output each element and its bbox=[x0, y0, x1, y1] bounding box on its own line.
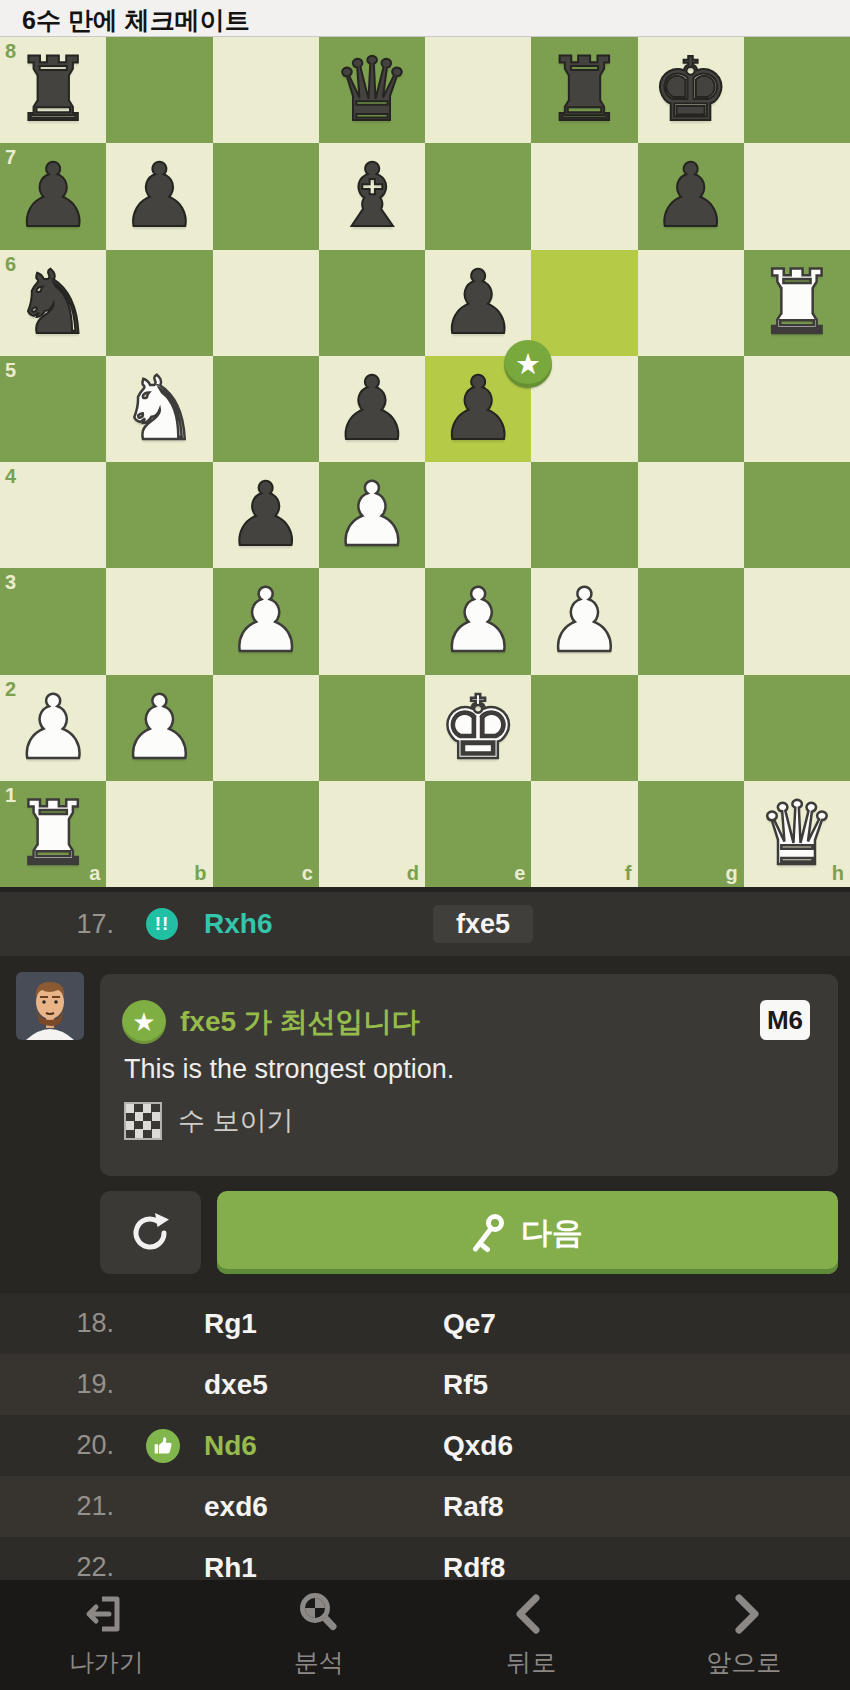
file-label-g: g bbox=[726, 862, 738, 885]
square-h5[interactable] bbox=[744, 356, 850, 462]
retry-button[interactable] bbox=[100, 1191, 201, 1274]
best-move-star-icon: ★ bbox=[122, 1000, 166, 1044]
white-pawn: ♟ bbox=[531, 568, 637, 674]
current-move-row: 17. !! Rxh6 fxe5 bbox=[0, 887, 850, 956]
square-h3[interactable] bbox=[744, 568, 850, 674]
square-d3[interactable] bbox=[319, 568, 425, 674]
back-icon bbox=[507, 1590, 555, 1638]
square-a8[interactable]: ♜8 bbox=[0, 37, 106, 143]
mini-board-icon bbox=[124, 1102, 162, 1140]
nav-forward-label: 앞으로 bbox=[706, 1646, 781, 1679]
black-bishop: ♝ bbox=[319, 143, 425, 249]
square-g2[interactable] bbox=[638, 675, 744, 781]
square-f8[interactable]: ♜ bbox=[531, 37, 637, 143]
square-b7[interactable]: ♟ bbox=[106, 143, 212, 249]
square-h1[interactable]: ♛h bbox=[744, 781, 850, 887]
file-label-h: h bbox=[832, 862, 844, 885]
square-b5[interactable]: ♞ bbox=[106, 356, 212, 462]
square-h8[interactable] bbox=[744, 37, 850, 143]
coach-headline: fxe5 가 최선입니다 bbox=[180, 1003, 420, 1041]
forward-icon bbox=[720, 1590, 768, 1638]
square-g6[interactable] bbox=[638, 250, 744, 356]
nav-back-label: 뒤로 bbox=[506, 1646, 556, 1679]
white-king: ♚ bbox=[425, 675, 531, 781]
move-number: 19. bbox=[0, 1354, 114, 1415]
nav-exit-button[interactable]: 나가기 bbox=[0, 1580, 213, 1690]
rank-label-2: 2 bbox=[5, 678, 16, 701]
move-number: 21. bbox=[0, 1476, 114, 1537]
best-move-star-icon: ★ bbox=[504, 340, 552, 388]
nav-analysis-label: 분석 bbox=[294, 1646, 344, 1679]
square-d4[interactable]: ♟ bbox=[319, 462, 425, 568]
square-e8[interactable] bbox=[425, 37, 531, 143]
white-pawn: ♟ bbox=[425, 568, 531, 674]
square-f2[interactable] bbox=[531, 675, 637, 781]
move-row-21: 21. exd6 Raf8 bbox=[0, 1476, 850, 1537]
move-row-18: 18. Rg1 Qe7 bbox=[0, 1293, 850, 1354]
refresh-icon bbox=[128, 1210, 174, 1256]
square-c5[interactable] bbox=[213, 356, 319, 462]
square-a1[interactable]: ♜1a bbox=[0, 781, 106, 887]
thumbs-up-icon bbox=[146, 1429, 180, 1463]
black-move-fxe5-selected[interactable]: fxe5 bbox=[433, 905, 533, 943]
black-move[interactable]: Qe7 bbox=[443, 1293, 496, 1354]
nav-analysis-button[interactable]: 분석 bbox=[213, 1580, 426, 1690]
file-label-e: e bbox=[514, 862, 525, 885]
file-label-b: b bbox=[194, 862, 206, 885]
square-a3[interactable]: 3 bbox=[0, 568, 106, 674]
move-number: 20. bbox=[0, 1415, 114, 1476]
square-f1[interactable]: f bbox=[531, 781, 637, 887]
next-button[interactable]: 다음 bbox=[217, 1191, 838, 1274]
square-h7[interactable] bbox=[744, 143, 850, 249]
square-e1[interactable]: e bbox=[425, 781, 531, 887]
square-g4[interactable] bbox=[638, 462, 744, 568]
black-king: ♚ bbox=[638, 37, 744, 143]
square-h6[interactable]: ♜ bbox=[744, 250, 850, 356]
square-a4[interactable]: 4 bbox=[0, 462, 106, 568]
rank-label-7: 7 bbox=[5, 146, 16, 169]
next-button-label: 다음 bbox=[521, 1212, 583, 1254]
nav-forward-button[interactable]: 앞으로 bbox=[638, 1580, 850, 1690]
square-h4[interactable] bbox=[744, 462, 850, 568]
square-g1[interactable]: g bbox=[638, 781, 744, 887]
show-moves-button[interactable]: 수 보이기 bbox=[124, 1102, 294, 1140]
rank-label-6: 6 bbox=[5, 253, 16, 276]
white-move[interactable]: exd6 bbox=[204, 1476, 268, 1537]
square-b6[interactable] bbox=[106, 250, 212, 356]
square-d1[interactable]: d bbox=[319, 781, 425, 887]
white-pawn: ♟ bbox=[319, 462, 425, 568]
square-d6[interactable] bbox=[319, 250, 425, 356]
square-g3[interactable] bbox=[638, 568, 744, 674]
move-list: 18. Rg1 Qe7 19. dxe5 Rf5 20. Nd6 Qxd6 21… bbox=[0, 1293, 850, 1598]
move-number: 17. bbox=[0, 892, 114, 956]
square-f4[interactable] bbox=[531, 462, 637, 568]
square-d8[interactable]: ♛ bbox=[319, 37, 425, 143]
move-row-20: 20. Nd6 Qxd6 bbox=[0, 1415, 850, 1476]
chess-board[interactable]: ♜8♛♜♚♟7♟♝♟♞6♟♜5♞♟♟4♟♟3♟♟♟♟2♟♚♜1abcdefg♛h bbox=[0, 37, 850, 887]
coach-avatar bbox=[16, 972, 84, 1040]
rank-label-4: 4 bbox=[5, 465, 16, 488]
square-c2[interactable] bbox=[213, 675, 319, 781]
square-b8[interactable] bbox=[106, 37, 212, 143]
square-e3[interactable]: ♟ bbox=[425, 568, 531, 674]
key-icon bbox=[472, 1213, 508, 1253]
square-f7[interactable] bbox=[531, 143, 637, 249]
square-a7[interactable]: ♟7 bbox=[0, 143, 106, 249]
mate-in-badge: M6 bbox=[760, 1000, 810, 1040]
square-e2[interactable]: ♚ bbox=[425, 675, 531, 781]
file-label-d: d bbox=[407, 862, 419, 885]
white-rook: ♜ bbox=[744, 250, 850, 356]
square-c3[interactable]: ♟ bbox=[213, 568, 319, 674]
bottom-nav: 나가기 분석 뒤로 앞으로 bbox=[0, 1580, 850, 1690]
chess-app-screen: 6수 만에 체크메이트 ♜8♛♜♚♟7♟♝♟♞6♟♜5♞♟♟4♟♟3♟♟♟♟2♟… bbox=[0, 0, 850, 1690]
rank-label-8: 8 bbox=[5, 40, 16, 63]
white-move-rxh6[interactable]: Rxh6 bbox=[204, 892, 272, 956]
square-a5[interactable]: 5 bbox=[0, 356, 106, 462]
black-move[interactable]: Rf5 bbox=[443, 1354, 488, 1415]
square-c8[interactable] bbox=[213, 37, 319, 143]
white-pawn: ♟ bbox=[213, 568, 319, 674]
black-move[interactable]: Raf8 bbox=[443, 1476, 504, 1537]
black-move[interactable]: Qxd6 bbox=[443, 1415, 513, 1476]
square-b1[interactable]: b bbox=[106, 781, 212, 887]
square-g8[interactable]: ♚ bbox=[638, 37, 744, 143]
file-label-f: f bbox=[625, 862, 632, 885]
black-pawn: ♟ bbox=[638, 143, 744, 249]
rank-label-3: 3 bbox=[5, 571, 16, 594]
square-b3[interactable] bbox=[106, 568, 212, 674]
black-queen: ♛ bbox=[319, 37, 425, 143]
square-c6[interactable] bbox=[213, 250, 319, 356]
square-d2[interactable] bbox=[319, 675, 425, 781]
coach-comment-card: ★ fxe5 가 최선입니다 M6 This is the strongest … bbox=[100, 974, 838, 1176]
rank-label-5: 5 bbox=[5, 359, 16, 382]
square-h2[interactable] bbox=[744, 675, 850, 781]
black-pawn: ♟ bbox=[106, 143, 212, 249]
square-e7[interactable] bbox=[425, 143, 531, 249]
square-c1[interactable]: c bbox=[213, 781, 319, 887]
black-pawn: ♟ bbox=[213, 462, 319, 568]
file-label-c: c bbox=[302, 862, 313, 885]
black-rook: ♜ bbox=[531, 37, 637, 143]
file-label-a: a bbox=[89, 862, 100, 885]
square-g7[interactable]: ♟ bbox=[638, 143, 744, 249]
move-number: 18. bbox=[0, 1293, 114, 1354]
black-pawn: ♟ bbox=[319, 356, 425, 462]
white-knight: ♞ bbox=[106, 356, 212, 462]
white-move-best[interactable]: Nd6 bbox=[204, 1415, 257, 1476]
white-move[interactable]: dxe5 bbox=[204, 1354, 268, 1415]
square-d7[interactable]: ♝ bbox=[319, 143, 425, 249]
white-pawn: ♟ bbox=[106, 675, 212, 781]
white-move[interactable]: Rg1 bbox=[204, 1293, 257, 1354]
square-b4[interactable] bbox=[106, 462, 212, 568]
move-row-19: 19. dxe5 Rf5 bbox=[0, 1354, 850, 1415]
square-f3[interactable]: ♟ bbox=[531, 568, 637, 674]
exit-icon bbox=[82, 1590, 130, 1638]
show-moves-label: 수 보이기 bbox=[178, 1103, 294, 1139]
coach-body-text: This is the strongest option. bbox=[124, 1054, 454, 1085]
rank-label-1: 1 bbox=[5, 784, 16, 807]
square-b2[interactable]: ♟ bbox=[106, 675, 212, 781]
square-g5[interactable] bbox=[638, 356, 744, 462]
square-a2[interactable]: ♟2 bbox=[0, 675, 106, 781]
title-bar: 6수 만에 체크메이트 bbox=[0, 0, 850, 37]
square-c4[interactable]: ♟ bbox=[213, 462, 319, 568]
square-d5[interactable]: ♟ bbox=[319, 356, 425, 462]
analysis-icon bbox=[295, 1590, 343, 1638]
square-e4[interactable] bbox=[425, 462, 531, 568]
page-title: 6수 만에 체크메이트 bbox=[22, 4, 250, 37]
square-c7[interactable] bbox=[213, 143, 319, 249]
square-a6[interactable]: ♞6 bbox=[0, 250, 106, 356]
nav-exit-label: 나가기 bbox=[69, 1646, 144, 1679]
nav-back-button[interactable]: 뒤로 bbox=[425, 1580, 638, 1690]
brilliant-move-icon: !! bbox=[146, 908, 178, 940]
